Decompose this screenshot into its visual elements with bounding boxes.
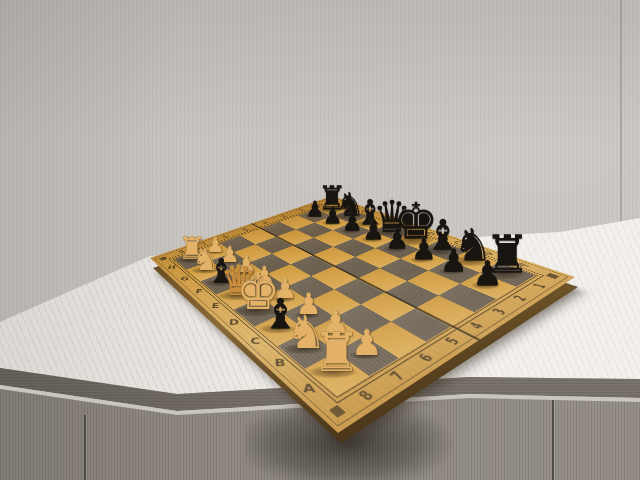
cabinet-door-seam [552,399,554,480]
photo-scene: HHGGFFEEDDCCBBAA1122334455667788 ♜♞♝♚♛♝♞… [0,0,640,480]
cabinet-door-seam [84,415,86,480]
wall-seam [620,0,622,228]
